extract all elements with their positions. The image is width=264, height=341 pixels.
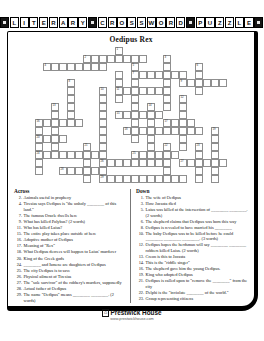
grid-cell — [67, 151, 75, 159]
cell-number: 22 — [164, 144, 167, 147]
grid-cell — [219, 159, 227, 167]
grid-void — [43, 175, 51, 183]
clue-text: Delphi is the "inviolate ________ of the… — [146, 290, 248, 295]
grid-cell — [195, 127, 203, 135]
grid-cell — [179, 119, 187, 127]
letter-tile: O — [156, 17, 165, 28]
cell-number: 21 — [84, 144, 87, 147]
grid-void — [195, 111, 203, 119]
grid-cell — [171, 127, 179, 135]
grid-cell — [131, 135, 139, 143]
clue-number: 15. — [14, 231, 24, 236]
clue-number: 25. — [14, 268, 24, 273]
grid-cell — [83, 151, 91, 159]
grid-cell — [163, 79, 171, 87]
worksheet-page: LITERARYCROSSWORDPUZZLE Oedipus Rex 1234… — [0, 0, 264, 341]
grid-void — [219, 135, 227, 143]
grid-cell — [131, 103, 139, 111]
grid-cell — [195, 175, 203, 183]
grid-void — [67, 143, 75, 151]
grid-void — [51, 55, 59, 63]
grid-void — [155, 55, 163, 63]
clue-number: 6. — [136, 219, 146, 224]
grid-cell — [99, 55, 107, 63]
clue-text: The "sole survivor" of the robbery's mur… — [24, 280, 126, 285]
grid-cell — [131, 127, 139, 135]
grid-cell: 4 — [43, 63, 51, 71]
grid-void — [75, 135, 83, 143]
clue-text: How Jocasta died — [146, 201, 248, 206]
grid-cell — [139, 87, 147, 95]
cell-number: 29 — [100, 176, 103, 179]
grid-void — [107, 87, 115, 95]
across-list: 2.Animals useful in prophecy4.Tiresias s… — [14, 195, 126, 303]
grid-cell — [195, 87, 203, 95]
grid-cell — [107, 159, 115, 167]
grid-void — [75, 95, 83, 103]
grid-void — [219, 71, 227, 79]
grid-cell — [51, 111, 59, 119]
clue-text: Meaning of "Rex" — [24, 243, 126, 248]
grid-void — [187, 63, 195, 71]
grid-void — [83, 103, 91, 111]
grid-cell: 13 — [51, 103, 59, 111]
grid-void — [203, 127, 211, 135]
grid-void — [155, 135, 163, 143]
grid-cell: 24 — [35, 151, 43, 159]
grid-void — [203, 167, 211, 175]
grid-void — [43, 47, 51, 55]
grid-void — [203, 87, 211, 95]
grid-cell: 3 — [163, 55, 171, 63]
grid-void — [179, 63, 187, 71]
cell-number: 3 — [164, 56, 166, 59]
grid-void — [171, 47, 179, 55]
grid-void — [51, 79, 59, 87]
clue-item: 5.Laius was killed at the intersection o… — [136, 207, 248, 217]
grid-void — [171, 87, 179, 95]
grid-void — [91, 95, 99, 103]
clue-number: 14. — [136, 260, 146, 265]
grid-void — [187, 143, 195, 151]
grid-cell — [67, 103, 75, 111]
grid-cell — [131, 87, 139, 95]
clue-item: 6.The shepherd claims that Oedipus was b… — [136, 219, 248, 224]
grid-void — [203, 111, 211, 119]
grid-void — [35, 47, 43, 55]
grid-void — [75, 111, 83, 119]
grid-void — [123, 151, 131, 159]
grid-cell — [195, 167, 203, 175]
grid-void — [211, 87, 219, 95]
grid-cell: 5 — [131, 63, 139, 71]
grid-void — [123, 47, 131, 55]
grid-void — [43, 71, 51, 79]
clue-text: Oedipus is revealed to have married his … — [146, 225, 248, 230]
grid-void — [115, 151, 123, 159]
cell-number: 8 — [68, 80, 70, 83]
grid-void — [123, 143, 131, 151]
grid-void — [171, 95, 179, 103]
letter-tile: R — [68, 17, 77, 28]
clue-text: King of the Greek gods — [24, 256, 126, 261]
grid-void — [203, 71, 211, 79]
grid-void — [211, 95, 219, 103]
grid-void — [187, 95, 195, 103]
grid-void — [43, 55, 51, 63]
cell-number: 10 — [100, 88, 103, 91]
clue-number: 29. — [14, 292, 24, 302]
cell-number: 4 — [44, 64, 46, 67]
grid-void — [147, 79, 155, 87]
grid-void — [211, 47, 219, 55]
grid-cell — [155, 87, 163, 95]
clue-item: 1.The wife of Oedipus — [136, 195, 248, 200]
grid-void — [171, 111, 179, 119]
cell-number: 19 — [212, 128, 215, 131]
grid-void — [219, 47, 227, 55]
grid-cell: 10 — [99, 87, 107, 95]
grid-void — [219, 63, 227, 71]
grid-void — [59, 143, 67, 151]
grid-cell — [171, 71, 179, 79]
grid-void — [67, 159, 75, 167]
grid-void — [155, 103, 163, 111]
grid-cell: 7 — [131, 71, 139, 79]
clue-text: Adoptive mother of Oedipus — [24, 237, 126, 242]
puzzle-title: Oedipus Rex — [8, 35, 254, 44]
grid-cell — [99, 111, 107, 119]
grid-void — [83, 127, 91, 135]
grid-void — [59, 111, 67, 119]
grid-void — [91, 135, 99, 143]
grid-cell — [131, 111, 139, 119]
grid-void — [75, 175, 83, 183]
grid-cell — [99, 135, 107, 143]
clue-text: The name "Oedipus" means ________ ______… — [24, 292, 126, 302]
cell-number: 12 — [180, 96, 183, 99]
clue-item: 7.The famous Oracle dwells here — [14, 213, 126, 218]
letter-tile: Y — [78, 17, 87, 28]
grid-cell — [115, 79, 123, 87]
clue-number: 2. — [14, 195, 24, 200]
grid-void — [59, 127, 67, 135]
letter-tile: L — [235, 17, 244, 28]
grid-void — [203, 151, 211, 159]
clue-number: 13. — [136, 254, 146, 259]
clue-item: 22.Delphi is the "inviolate ________ of … — [136, 290, 248, 295]
grid-cell: 29 — [99, 175, 107, 183]
grid-void — [123, 95, 131, 103]
grid-cell — [163, 71, 171, 79]
grid-void — [163, 111, 171, 119]
across-clues: Across 2.Animals useful in prophecy4.Tir… — [14, 188, 130, 304]
grid-void — [219, 103, 227, 111]
grid-cell — [155, 151, 163, 159]
cell-number: 17 — [164, 120, 167, 123]
grid-void — [155, 47, 163, 55]
grid-void — [139, 103, 147, 111]
grid-void — [107, 119, 115, 127]
grid-void — [155, 167, 163, 175]
grid-void — [195, 95, 203, 103]
grid-void — [219, 151, 227, 159]
clue-number: 10. — [136, 231, 146, 241]
grid-cell — [99, 167, 107, 175]
grid-void — [51, 71, 59, 79]
grid-cell — [75, 119, 83, 127]
grid-void — [91, 143, 99, 151]
grid-void — [43, 143, 51, 151]
clue-text: Creon is this to Jocasta — [146, 254, 248, 259]
grid-void — [203, 47, 211, 55]
cell-number: 26 — [100, 160, 103, 163]
grid-void — [195, 119, 203, 127]
grid-void — [187, 55, 195, 63]
grid-void — [91, 159, 99, 167]
grid-cell — [99, 103, 107, 111]
grid-void — [91, 127, 99, 135]
clue-text: Oedipus hopes the herdsman will say ____… — [146, 242, 248, 252]
puzzle-box: Oedipus Rex 1234567891011121314151617181… — [7, 31, 258, 311]
letter-tile: R — [49, 17, 58, 28]
grid-cell — [99, 143, 107, 151]
grid-void — [147, 63, 155, 71]
clue-text: The shepherd claims that Oedipus was bor… — [146, 219, 248, 224]
grid-cell — [155, 71, 163, 79]
grid-void — [115, 127, 123, 135]
grid-cell — [163, 151, 171, 159]
letter-tile: O — [117, 17, 126, 28]
grid-cell: 2 — [83, 55, 91, 63]
publisher-logo: ⌂Prestwick House — [0, 309, 264, 317]
grid-void — [75, 159, 83, 167]
grid-cell — [43, 151, 51, 159]
grid-void — [123, 71, 131, 79]
grid-cell — [131, 55, 139, 63]
clue-text: The famous Oracle dwells here — [24, 213, 126, 218]
grid-cell — [51, 151, 59, 159]
grid-void — [171, 103, 179, 111]
grid-cell — [179, 143, 187, 151]
grid-void — [83, 87, 91, 95]
grid-cell — [163, 167, 171, 175]
grid-cell — [147, 127, 155, 135]
clue-number: 22. — [136, 290, 146, 295]
grid-cell — [51, 119, 59, 127]
clue-number: 4. — [14, 201, 24, 211]
grid-cell — [155, 111, 163, 119]
grid-cell: 17 — [163, 119, 171, 127]
clue-text: What has killed Polybus? (2 words) — [24, 219, 126, 224]
grid-void — [67, 175, 75, 183]
grid-void — [115, 103, 123, 111]
grid-void — [179, 87, 187, 95]
grid-void — [211, 55, 219, 63]
clue-text: King who adopted Oedipus — [146, 272, 248, 277]
grid-cell: 8 — [67, 79, 75, 87]
grid-void — [75, 127, 83, 135]
crossword-grid: 1234567891011121314151617181920212223242… — [35, 47, 227, 183]
grid-void — [99, 47, 107, 55]
clue-number: 27. — [14, 280, 24, 285]
grid-cell — [211, 79, 219, 87]
grid-void — [99, 79, 107, 87]
grid-void — [83, 111, 91, 119]
grid-void — [75, 71, 83, 79]
grid-cell — [99, 127, 107, 135]
grid-cell — [43, 119, 51, 127]
grid-cell — [115, 95, 123, 103]
grid-void — [43, 167, 51, 175]
grid-cell — [51, 127, 59, 135]
grid-cell: 22 — [163, 143, 171, 151]
grid-void — [147, 55, 155, 63]
letter-tile: A — [59, 17, 68, 28]
clue-number: 26. — [14, 274, 24, 279]
publisher-name: Prestwick House — [110, 309, 161, 316]
grid-void — [179, 167, 187, 175]
grid-cell — [123, 175, 131, 183]
clue-item: 23.Group representing citizens — [136, 296, 248, 301]
grid-cell — [123, 111, 131, 119]
grid-cell: 27 — [179, 159, 187, 167]
grid-void — [107, 143, 115, 151]
grid-cell: 28 — [59, 167, 67, 175]
grid-cell — [171, 151, 179, 159]
grid-void — [51, 47, 59, 55]
grid-cell: 14 — [147, 103, 155, 111]
grid-void — [43, 79, 51, 87]
clue-text: Who has killed Laius? — [24, 225, 126, 230]
grid-void — [35, 55, 43, 63]
grid-cell — [179, 71, 187, 79]
grid-cell: 18 — [123, 127, 131, 135]
cell-number: 1 — [116, 48, 118, 51]
grid-void — [211, 71, 219, 79]
grid-cell — [115, 175, 123, 183]
grid-void — [43, 111, 51, 119]
grid-void — [35, 103, 43, 111]
grid-void — [51, 159, 59, 167]
grid-cell — [147, 87, 155, 95]
grid-void — [59, 159, 67, 167]
across-heading: Across — [14, 188, 126, 194]
deco-block-icon — [186, 17, 195, 28]
grid-void — [123, 63, 131, 71]
cell-number: 11 — [116, 88, 119, 91]
grid-cell: 20 — [35, 135, 43, 143]
clue-item: 15.The entire play takes place outside o… — [14, 231, 126, 236]
cell-number: 2 — [84, 56, 86, 59]
grid-void — [219, 111, 227, 119]
grid-cell — [139, 151, 147, 159]
cell-number: 27 — [180, 160, 183, 163]
clue-number: 8. — [136, 225, 146, 230]
grid-cell — [67, 167, 75, 175]
grid-void — [107, 95, 115, 103]
grid-void — [203, 63, 211, 71]
grid-cell — [187, 79, 195, 87]
grid-cell — [59, 63, 67, 71]
deco-block-icon — [0, 17, 9, 28]
grid-void — [107, 103, 115, 111]
grid-cell — [139, 175, 147, 183]
grid-void — [203, 175, 211, 183]
grid-cell — [139, 127, 147, 135]
clue-number: 20. — [14, 256, 24, 261]
clue-item: 16.Adoptive mother of Oedipus — [14, 237, 126, 242]
cell-number: 9 — [180, 80, 182, 83]
grid-cell — [147, 151, 155, 159]
grid-void — [219, 119, 227, 127]
clue-text: The baby Oedipus was to be killed before… — [146, 231, 248, 241]
grid-void — [219, 95, 227, 103]
grid-void — [83, 71, 91, 79]
grid-cell: 6 — [195, 63, 203, 71]
clue-text: What Oedipus decrees will happen to Laiu… — [24, 249, 126, 254]
clue-number: 5. — [136, 207, 146, 217]
grid-void — [91, 71, 99, 79]
deco-block-icon — [88, 17, 97, 28]
grid-void — [115, 135, 123, 143]
grid-void — [51, 175, 59, 183]
grid-cell — [187, 127, 195, 135]
grid-void — [155, 143, 163, 151]
clue-item: 26.Physical ailment of Tiresias — [14, 274, 126, 279]
clue-item: 20.King of the Greek gods — [14, 256, 126, 261]
clue-number: 24. — [14, 262, 24, 267]
grid-cell — [131, 159, 139, 167]
grid-cell — [35, 167, 43, 175]
clue-item: 4.Tiresias says Oedipus is "the unholy _… — [14, 201, 126, 211]
grid-void — [107, 79, 115, 87]
grid-void — [91, 111, 99, 119]
grid-cell — [115, 71, 123, 79]
grid-void — [203, 135, 211, 143]
grid-cell — [51, 63, 59, 71]
grid-cell — [123, 159, 131, 167]
grid-void — [59, 87, 67, 95]
grid-cell — [99, 63, 107, 71]
grid-void — [123, 103, 131, 111]
grid-void — [67, 71, 75, 79]
grid-void — [43, 103, 51, 111]
grid-void — [219, 167, 227, 175]
grid-void — [83, 79, 91, 87]
cell-number: 23 — [196, 144, 199, 147]
grid-void — [123, 119, 131, 127]
grid-void — [107, 151, 115, 159]
grid-cell — [51, 135, 59, 143]
grid-cell — [67, 111, 75, 119]
grid-void — [35, 79, 43, 87]
grid-void — [219, 143, 227, 151]
grid-void — [131, 143, 139, 151]
clue-item: 28.Actual father of Oedipus — [14, 286, 126, 291]
grid-void — [83, 95, 91, 103]
grid-cell — [51, 143, 59, 151]
grid-cell — [147, 175, 155, 183]
grid-void — [171, 63, 179, 71]
grid-void — [43, 159, 51, 167]
letter-tile: C — [98, 17, 107, 28]
grid-cell — [91, 151, 99, 159]
deco-block-icon — [254, 17, 263, 28]
clue-number: 19. — [136, 272, 146, 277]
clue-item: 3.How Jocasta died — [136, 201, 248, 206]
grid-void — [155, 79, 163, 87]
